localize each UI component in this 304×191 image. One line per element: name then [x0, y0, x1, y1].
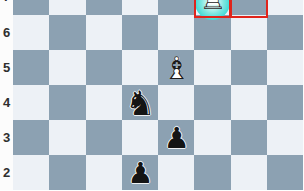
square-f4[interactable] — [194, 85, 230, 120]
square-f3[interactable] — [194, 120, 230, 155]
square-e4[interactable] — [158, 85, 194, 120]
rank-label-6: 6 — [0, 25, 13, 40]
square-b7[interactable] — [49, 0, 85, 15]
square-a4[interactable] — [13, 85, 49, 120]
square-d5[interactable] — [122, 50, 158, 85]
square-c7[interactable] — [86, 0, 122, 15]
square-b5[interactable] — [49, 50, 85, 85]
square-h2[interactable] — [267, 155, 303, 190]
square-d6[interactable] — [122, 15, 158, 50]
square-b2[interactable] — [49, 155, 85, 190]
square-g4[interactable] — [231, 85, 267, 120]
square-b4[interactable] — [49, 85, 85, 120]
black-pawn-d2[interactable]: ♟ — [122, 155, 159, 191]
square-h7[interactable] — [267, 0, 303, 15]
rank-label-2: 2 — [0, 165, 13, 180]
black-pawn-glyph: ♟ — [122, 155, 159, 191]
black-pawn-e3[interactable]: ♟ — [158, 120, 195, 156]
square-a5[interactable] — [13, 50, 49, 85]
square-h5[interactable] — [267, 50, 303, 85]
square-a3[interactable] — [13, 120, 49, 155]
square-a2[interactable] — [13, 155, 49, 190]
square-h4[interactable] — [267, 85, 303, 120]
rank-label-7: 7 — [0, 0, 13, 4]
square-b3[interactable] — [49, 120, 85, 155]
square-a6[interactable] — [13, 15, 49, 50]
square-c4[interactable] — [86, 85, 122, 120]
square-c2[interactable] — [86, 155, 122, 190]
black-knight-glyph: ♞ — [122, 85, 159, 121]
white-rook-outline-glyph: ♖ — [195, 0, 232, 16]
square-f2[interactable] — [194, 155, 230, 190]
white-bishop[interactable]: ♝ ♗ — [158, 50, 195, 86]
square-c6[interactable] — [86, 15, 122, 50]
white-rook[interactable]: ♜ ♖ — [195, 0, 232, 16]
square-g5[interactable] — [231, 50, 267, 85]
red-box-annotation-g7 — [230, 0, 268, 18]
square-f6[interactable] — [194, 15, 230, 50]
square-e6[interactable] — [158, 15, 194, 50]
square-f5[interactable] — [194, 50, 230, 85]
rank-label-5: 5 — [0, 60, 13, 75]
square-b6[interactable] — [49, 15, 85, 50]
square-c5[interactable] — [86, 50, 122, 85]
square-d7[interactable] — [122, 0, 158, 15]
square-g3[interactable] — [231, 120, 267, 155]
chessboard-viewport: 7 6 5 4 3 2 ♜ ♖ ♝ ♗ ♞ ♟ ♟ — [0, 0, 304, 190]
square-g2[interactable] — [231, 155, 267, 190]
square-h3[interactable] — [267, 120, 303, 155]
black-pawn-glyph: ♟ — [158, 120, 195, 156]
square-c3[interactable] — [86, 120, 122, 155]
rank-label-4: 4 — [0, 95, 13, 110]
white-bishop-outline-glyph: ♗ — [158, 50, 195, 86]
black-knight[interactable]: ♞ — [122, 85, 159, 121]
square-d3[interactable] — [122, 120, 158, 155]
square-a7[interactable] — [13, 0, 49, 15]
square-g6[interactable] — [231, 15, 267, 50]
rank-label-3: 3 — [0, 130, 13, 145]
square-e2[interactable] — [158, 155, 194, 190]
square-e7[interactable] — [158, 0, 194, 15]
square-h6[interactable] — [267, 15, 303, 50]
